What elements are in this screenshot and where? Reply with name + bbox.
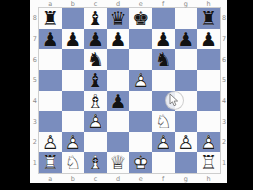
file-label-top-g: g <box>175 0 198 8</box>
square-b8[interactable] <box>62 8 85 29</box>
square-b4[interactable] <box>62 91 85 112</box>
file-label-bottom-c: c <box>84 175 107 183</box>
square-e6[interactable] <box>129 49 152 70</box>
piece-black-bishop: ♝ <box>84 70 107 91</box>
square-b7[interactable]: ♟ <box>62 29 85 50</box>
file-label-bottom-b: b <box>62 175 85 183</box>
square-f5[interactable] <box>152 70 175 91</box>
file-label-bottom-a: a <box>39 175 62 183</box>
square-c3[interactable]: ♟♙ <box>84 111 107 132</box>
square-d8[interactable]: ♛ <box>107 8 130 29</box>
mouse-cursor-icon <box>169 93 179 107</box>
piece-black-rook: ♜ <box>197 8 220 29</box>
rank-label-left-6: 6 <box>29 49 38 70</box>
piece-white-pawn: ♟♙ <box>152 132 175 153</box>
piece-white-pawn: ♟♙ <box>84 111 107 132</box>
square-d4[interactable]: ♟ <box>107 91 130 112</box>
square-a8[interactable]: ♜ <box>39 8 62 29</box>
square-c4[interactable]: ♝♗ <box>84 91 107 112</box>
file-label-bottom-e: e <box>129 175 152 183</box>
chess-board: ♜♝♛♚♜♟♟♟♟♟♟♟♞♞♝♟♙♝♗♟♟♙♞♘♟♙♟♙♟♙♟♙♟♙♜♖♞♘♝♗… <box>39 8 220 173</box>
square-d3[interactable] <box>107 111 130 132</box>
piece-white-knight: ♞♘ <box>62 152 85 173</box>
piece-black-pawn: ♟ <box>197 29 220 50</box>
square-a4[interactable] <box>39 91 62 112</box>
square-b6[interactable] <box>62 49 85 70</box>
piece-black-knight: ♞ <box>84 49 107 70</box>
piece-white-knight: ♞♘ <box>152 111 175 132</box>
square-b1[interactable]: ♞♘ <box>62 152 85 173</box>
piece-white-rook: ♜♖ <box>39 152 62 173</box>
file-labels-bottom: abcdefgh <box>39 174 220 183</box>
square-h4[interactable] <box>197 91 220 112</box>
piece-black-pawn: ♟ <box>62 29 85 50</box>
square-g5[interactable] <box>175 70 198 91</box>
rank-label-right-8: 8 <box>221 8 230 29</box>
square-c6[interactable]: ♞ <box>84 49 107 70</box>
square-h3[interactable] <box>197 111 220 132</box>
square-g6[interactable] <box>175 49 198 70</box>
rank-label-right-7: 7 <box>221 29 230 50</box>
file-labels-top: abcdefgh <box>39 0 220 8</box>
piece-white-king: ♚♔ <box>129 152 152 173</box>
square-f6[interactable]: ♞ <box>152 49 175 70</box>
rank-label-right-5: 5 <box>221 70 230 91</box>
square-h8[interactable]: ♜ <box>197 8 220 29</box>
square-e4[interactable] <box>129 91 152 112</box>
piece-black-pawn: ♟ <box>39 29 62 50</box>
rank-label-left-7: 7 <box>29 29 38 50</box>
piece-white-rook: ♜♖ <box>197 152 220 173</box>
square-g1[interactable] <box>175 152 198 173</box>
square-b3[interactable] <box>62 111 85 132</box>
square-f1[interactable] <box>152 152 175 173</box>
square-c7[interactable]: ♟ <box>84 29 107 50</box>
file-label-bottom-f: f <box>152 175 175 183</box>
square-d7[interactable]: ♟ <box>107 29 130 50</box>
file-label-top-b: b <box>62 0 85 8</box>
piece-black-pawn: ♟ <box>84 29 107 50</box>
rank-label-right-6: 6 <box>221 49 230 70</box>
piece-white-bishop: ♝♗ <box>84 91 107 112</box>
rank-label-left-8: 8 <box>29 8 38 29</box>
square-e8[interactable]: ♚ <box>129 8 152 29</box>
rank-label-left-5: 5 <box>29 70 38 91</box>
square-a2[interactable]: ♟♙ <box>39 132 62 153</box>
piece-white-pawn: ♟♙ <box>197 132 220 153</box>
piece-black-queen: ♛ <box>107 8 130 29</box>
square-f3[interactable]: ♞♘ <box>152 111 175 132</box>
square-c2[interactable] <box>84 132 107 153</box>
square-a5[interactable] <box>39 70 62 91</box>
piece-black-bishop: ♝ <box>84 8 107 29</box>
square-e2[interactable] <box>129 132 152 153</box>
square-d2[interactable] <box>107 132 130 153</box>
square-e7[interactable] <box>129 29 152 50</box>
piece-white-bishop: ♝♗ <box>84 152 107 173</box>
square-h1[interactable]: ♜♖ <box>197 152 220 173</box>
rank-label-right-4: 4 <box>221 91 230 112</box>
rank-label-left-3: 3 <box>29 111 38 132</box>
square-f2[interactable]: ♟♙ <box>152 132 175 153</box>
piece-black-pawn: ♟ <box>107 91 130 112</box>
square-h6[interactable] <box>197 49 220 70</box>
square-e5[interactable]: ♟♙ <box>129 70 152 91</box>
rank-label-left-1: 1 <box>29 153 38 174</box>
rank-label-right-1: 1 <box>221 153 230 174</box>
piece-black-knight: ♞ <box>152 49 175 70</box>
piece-white-pawn: ♟♙ <box>129 70 152 91</box>
file-label-bottom-g: g <box>175 175 198 183</box>
rank-labels-right: 87654321 <box>221 8 230 173</box>
square-c1[interactable]: ♝♗ <box>84 152 107 173</box>
rank-label-left-2: 2 <box>29 132 38 153</box>
piece-black-pawn: ♟ <box>152 29 175 50</box>
square-f7[interactable]: ♟ <box>152 29 175 50</box>
piece-black-pawn: ♟ <box>107 29 130 50</box>
file-label-bottom-h: h <box>197 175 220 183</box>
square-d1[interactable]: ♛♕ <box>107 152 130 173</box>
piece-white-pawn: ♟♙ <box>175 132 198 153</box>
square-d5[interactable] <box>107 70 130 91</box>
square-e3[interactable] <box>129 111 152 132</box>
square-h7[interactable]: ♟ <box>197 29 220 50</box>
piece-white-queen: ♛♕ <box>107 152 130 173</box>
square-g3[interactable] <box>175 111 198 132</box>
rank-label-right-2: 2 <box>221 132 230 153</box>
square-e1[interactable]: ♚♔ <box>129 152 152 173</box>
square-g7[interactable]: ♟ <box>175 29 198 50</box>
piece-white-pawn: ♟♙ <box>39 132 62 153</box>
file-label-bottom-d: d <box>107 175 130 183</box>
piece-black-king: ♚ <box>129 8 152 29</box>
square-g8[interactable] <box>175 8 198 29</box>
square-h5[interactable] <box>197 70 220 91</box>
square-g2[interactable]: ♟♙ <box>175 132 198 153</box>
piece-white-pawn: ♟♙ <box>62 132 85 153</box>
square-a7[interactable]: ♟ <box>39 29 62 50</box>
square-h2[interactable]: ♟♙ <box>197 132 220 153</box>
piece-black-rook: ♜ <box>39 8 62 29</box>
square-a6[interactable] <box>39 49 62 70</box>
piece-black-pawn: ♟ <box>175 29 198 50</box>
square-a1[interactable]: ♜♖ <box>39 152 62 173</box>
square-a3[interactable] <box>39 111 62 132</box>
square-c5[interactable]: ♝ <box>84 70 107 91</box>
square-b5[interactable] <box>62 70 85 91</box>
square-b2[interactable]: ♟♙ <box>62 132 85 153</box>
square-d6[interactable] <box>107 49 130 70</box>
chess-app-frame: abcdefgh abcdefgh 87654321 87654321 ♜♝♛♚… <box>0 0 253 190</box>
rank-label-left-4: 4 <box>29 91 38 112</box>
square-f8[interactable] <box>152 8 175 29</box>
rank-label-right-3: 3 <box>221 111 230 132</box>
file-label-top-f: f <box>152 0 175 8</box>
square-c8[interactable]: ♝ <box>84 8 107 29</box>
rank-labels-left: 87654321 <box>29 8 38 173</box>
